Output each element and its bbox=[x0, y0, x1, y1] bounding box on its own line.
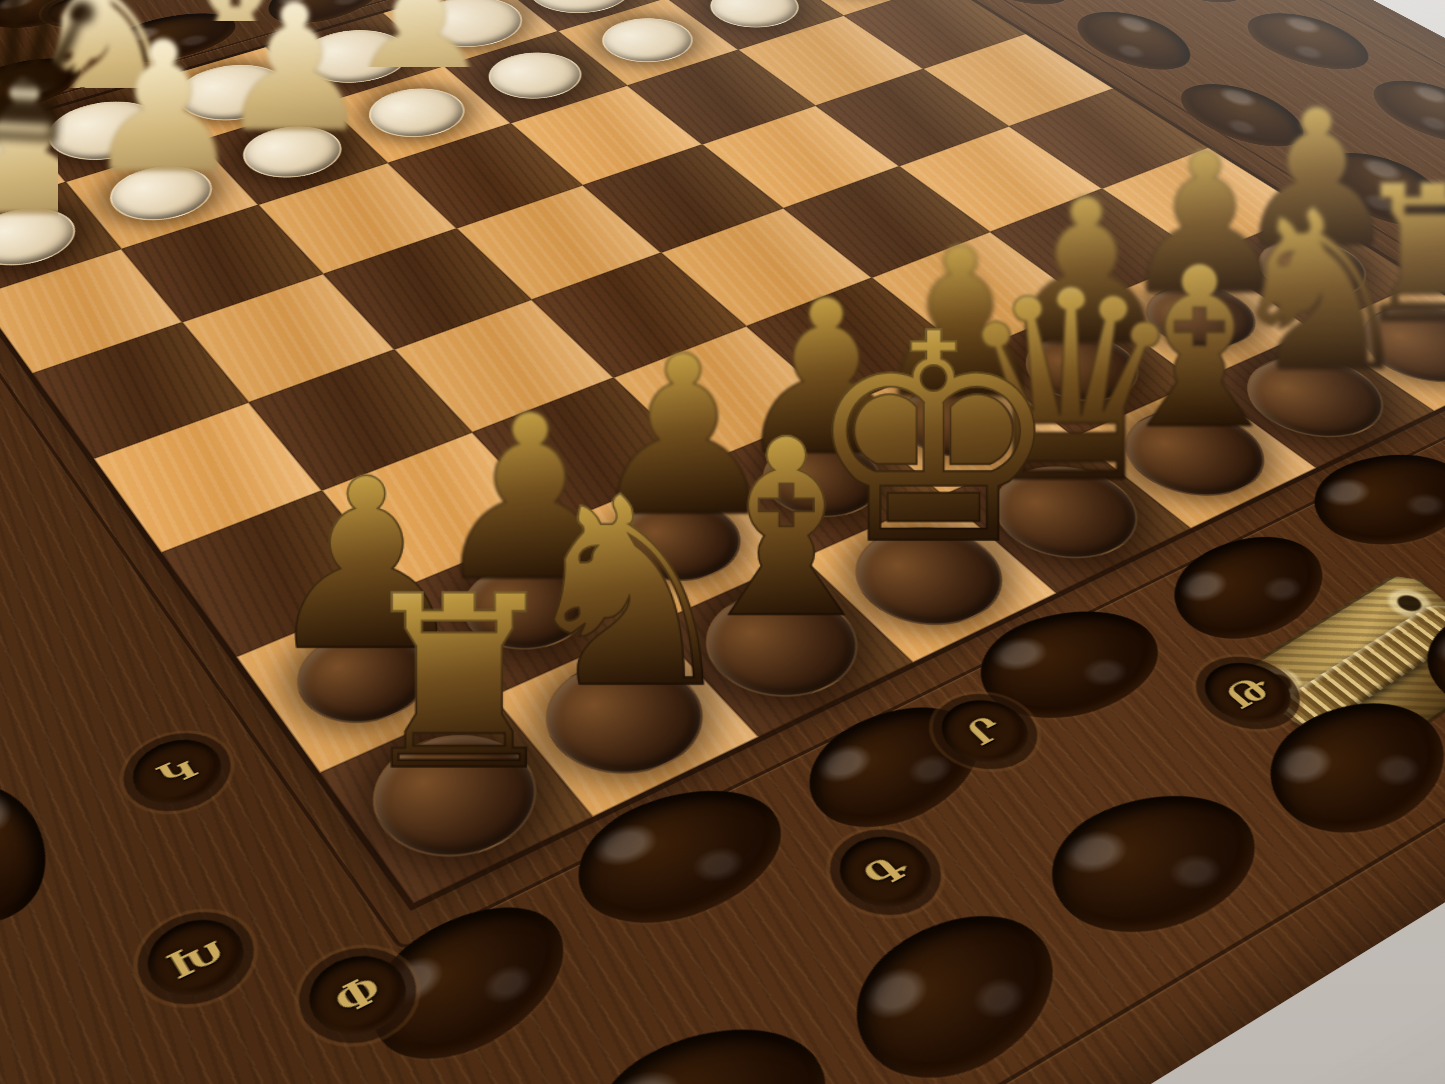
roundel-letter: Խ bbox=[159, 927, 232, 988]
chess-table: ԿԽՓԳՐԹ ♜♞♝♛♚♝♞♜♟♟♟♟♟♟♟♟♟♟♟♟♟♟♟♟♜♞♝♛♚♝♞♜ bbox=[0, 0, 1445, 1084]
blurred-piece-left-edge: ♛ bbox=[0, 0, 124, 181]
chess-photo-scene: ԿԽՓԳՐԹ ♜♞♝♛♚♝♞♜♟♟♟♟♟♟♟♟♟♟♟♟♟♟♟♟♜♞♝♛♚♝♞♜ … bbox=[0, 0, 1445, 1084]
roundel-letter: Ր bbox=[956, 710, 1013, 753]
black-rook-glyph: ♜ bbox=[191, 571, 727, 797]
roundel-letter: Փ bbox=[325, 966, 390, 1024]
roundel-letter: Թ bbox=[1214, 669, 1282, 716]
blurred-piece-glyph: ♛ bbox=[0, 0, 126, 200]
roundel-letter: Գ bbox=[854, 846, 918, 897]
